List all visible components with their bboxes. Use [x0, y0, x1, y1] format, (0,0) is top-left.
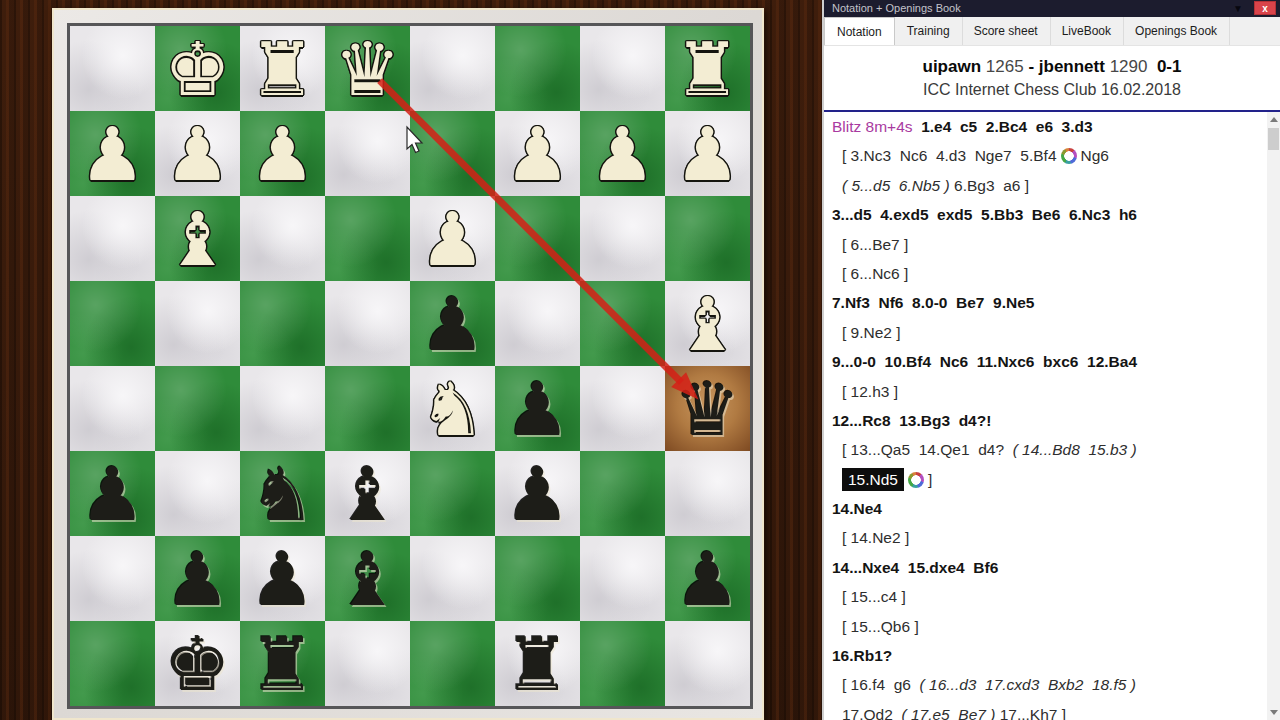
move-text[interactable]: ( 14...Bd8 15.b3 )	[1013, 441, 1137, 458]
square-f2[interactable]: ♟	[240, 111, 325, 196]
notation-line: [ 15...Qb6 ]	[832, 612, 1267, 641]
scroll-down-icon[interactable]	[1267, 706, 1280, 719]
move-text[interactable]: 6.Bg3 a6 ]	[950, 177, 1029, 194]
square-f8[interactable]: ♜	[240, 621, 325, 706]
game-result: 0-1	[1157, 57, 1182, 76]
chess-board-frame: ♚♜♛♜♟♟♟♟♟♟♝♟♟♝♞♟♛♟♞♝♟♟♟♝♟♚♜♜	[52, 8, 764, 720]
square-e1[interactable]: ♛	[325, 26, 410, 111]
notation-panel: Notation + Openings Book ▼ x Notation Tr…	[822, 0, 1280, 720]
square-e7[interactable]: ♝	[325, 536, 410, 621]
panel-title: Notation + Openings Book	[832, 2, 961, 14]
move-text[interactable]: ]	[928, 471, 932, 488]
white-pawn-b2[interactable]: ♟	[589, 117, 655, 191]
square-h7[interactable]	[70, 536, 155, 621]
notation-line: [ 15...c4 ]	[832, 582, 1267, 611]
notation-line: [ 13...Qa5 14.Qe1 d4? ( 14...Bd8 15.b3 )	[832, 435, 1267, 464]
tab-openings-book[interactable]: Openings Book	[1123, 17, 1229, 45]
notation-line: [ 6...Be7 ]	[832, 230, 1267, 259]
dropdown-arrow-icon[interactable]: ▼	[1230, 0, 1246, 17]
black-queen-a5[interactable]: ♛	[674, 372, 740, 446]
square-a2[interactable]: ♟	[665, 111, 750, 196]
square-b4[interactable]	[580, 281, 665, 366]
move-text[interactable]: 3...d5 4.exd5 exd5 5.Bb3 Be6 6.Nc3 h6	[832, 206, 1137, 223]
square-c8[interactable]: ♜	[495, 621, 580, 706]
square-f7[interactable]: ♟	[240, 536, 325, 621]
square-g5[interactable]	[155, 366, 240, 451]
square-b7[interactable]	[580, 536, 665, 621]
square-c7[interactable]	[495, 536, 580, 621]
black-pawn-c6[interactable]: ♟	[504, 457, 570, 531]
notation-line: ( 5...d5 6.Nb5 ) 6.Bg3 a6 ]	[832, 171, 1267, 200]
square-d1[interactable]	[410, 26, 495, 111]
selected-move[interactable]: 15.Nd5	[842, 468, 904, 491]
move-text[interactable]: [ 16.f4 g6	[842, 676, 920, 693]
square-h1[interactable]	[70, 26, 155, 111]
black-bishop-e6[interactable]: ♝	[334, 457, 400, 531]
square-a3[interactable]	[665, 196, 750, 281]
square-e4[interactable]	[325, 281, 410, 366]
white-rook-a1[interactable]: ♜	[674, 32, 740, 106]
white-queen-e1[interactable]: ♛	[334, 32, 400, 106]
tab-training[interactable]: Training	[895, 17, 962, 45]
tab-livebook[interactable]: LiveBook	[1050, 17, 1123, 45]
white-player-name: uipawn	[923, 57, 982, 76]
square-c5[interactable]: ♟	[495, 366, 580, 451]
notation-line: 14.Ne4	[832, 494, 1267, 523]
move-text[interactable]: 14.Ne4	[832, 500, 882, 517]
square-b5[interactable]	[580, 366, 665, 451]
move-text[interactable]: [ 15...Qb6 ]	[842, 618, 919, 635]
square-d4[interactable]: ♟	[410, 281, 495, 366]
black-pawn-d4[interactable]: ♟	[419, 287, 485, 361]
square-b8[interactable]	[580, 621, 665, 706]
move-text[interactable]: 16.Rb1?	[832, 647, 892, 664]
notation-line: Blitz 8m+4s 1.e4 c5 2.Bc4 e6 3.d3	[832, 112, 1267, 141]
square-d5[interactable]: ♞	[410, 366, 495, 451]
white-pawn-d3[interactable]: ♟	[419, 202, 485, 276]
close-icon[interactable]: x	[1254, 1, 1276, 15]
white-rook-f1[interactable]: ♜	[249, 32, 315, 106]
white-pawn-a2[interactable]: ♟	[674, 117, 740, 191]
black-pawn-a7[interactable]: ♟	[674, 542, 740, 616]
black-pawn-f7[interactable]: ♟	[249, 542, 315, 616]
notation-line: 17.Qd2 ( 17.e5 Be7 ) 17...Kh7 ]	[832, 700, 1267, 720]
square-g4[interactable]	[155, 281, 240, 366]
square-f1[interactable]: ♜	[240, 26, 325, 111]
tab-score-sheet[interactable]: Score sheet	[962, 17, 1050, 45]
square-c1[interactable]	[495, 26, 580, 111]
move-text[interactable]: [ 6...Nc6 ]	[842, 265, 908, 282]
square-g6[interactable]	[155, 451, 240, 536]
white-pawn-h2[interactable]: ♟	[79, 117, 145, 191]
black-pawn-h6[interactable]: ♟	[79, 457, 145, 531]
livebook-icon	[1061, 148, 1077, 164]
black-rook-f8[interactable]: ♜	[249, 627, 315, 701]
notation-line: 15.Nd5]	[832, 465, 1267, 494]
notation-line: 14...Nxe4 15.dxe4 Bf6	[832, 553, 1267, 582]
scrollbar-thumb[interactable]	[1268, 128, 1279, 150]
move-text[interactable]: [ 15...c4 ]	[842, 588, 906, 605]
square-h2[interactable]: ♟	[70, 111, 155, 196]
move-text[interactable]: [ 12.h3 ]	[842, 383, 898, 400]
game-header: uipawn 1265 - jbennett 1290 0-1 ICC Inte…	[824, 46, 1280, 110]
black-pawn-c5[interactable]: ♟	[504, 372, 570, 446]
move-text[interactable]: 9...0-0 10.Bf4 Nc6 11.Nxc6 bxc6 12.Ba4	[832, 353, 1137, 370]
square-f5[interactable]	[240, 366, 325, 451]
notation-line: [ 14.Ne2 ]	[832, 523, 1267, 552]
black-pawn-g7[interactable]: ♟	[164, 542, 230, 616]
tab-bar: Notation Training Score sheet LiveBook O…	[824, 17, 1280, 46]
square-d2[interactable]	[410, 111, 495, 196]
tab-notation[interactable]: Notation	[824, 17, 895, 45]
square-b6[interactable]	[580, 451, 665, 536]
move-text[interactable]: 17.Qd2	[842, 706, 901, 720]
players-line: uipawn 1265 - jbennett 1290 0-1	[923, 57, 1182, 77]
notation-line: 16.Rb1?	[832, 641, 1267, 670]
scroll-up-icon[interactable]	[1267, 113, 1280, 126]
notation-line: 12...Rc8 13.Bg3 d4?!	[832, 406, 1267, 435]
square-h4[interactable]	[70, 281, 155, 366]
black-king-g8[interactable]: ♚	[164, 627, 230, 701]
square-g8[interactable]: ♚	[155, 621, 240, 706]
black-bishop-e7[interactable]: ♝	[334, 542, 400, 616]
square-h5[interactable]	[70, 366, 155, 451]
square-e2[interactable]	[325, 111, 410, 196]
square-g1[interactable]: ♚	[155, 26, 240, 111]
square-c6[interactable]: ♟	[495, 451, 580, 536]
white-bishop-a4[interactable]: ♝	[674, 287, 740, 361]
move-text[interactable]: 12...Rc8 13.Bg3 d4?!	[832, 412, 991, 429]
notation-line: [ 16.f4 g6 ( 16...d3 17.cxd3 Bxb2 18.f5 …	[832, 670, 1267, 699]
move-text[interactable]: ( 17.e5 Be7 )	[901, 706, 995, 720]
black-rook-c8[interactable]: ♜	[504, 627, 570, 701]
move-list[interactable]: Blitz 8m+4s 1.e4 c5 2.Bc4 e6 3.d3[ 3.Nc3…	[824, 112, 1267, 720]
notation-line: [ 6...Nc6 ]	[832, 259, 1267, 288]
white-king-g1[interactable]: ♚	[164, 32, 230, 106]
move-text[interactable]: [ 9.Ne2 ]	[842, 324, 901, 341]
square-e8[interactable]	[325, 621, 410, 706]
move-text[interactable]: [ 14.Ne2 ]	[842, 529, 909, 546]
square-d3[interactable]: ♟	[410, 196, 495, 281]
square-c2[interactable]: ♟	[495, 111, 580, 196]
square-b2[interactable]: ♟	[580, 111, 665, 196]
white-bishop-g3[interactable]: ♝	[164, 202, 230, 276]
square-d7[interactable]	[410, 536, 495, 621]
square-f4[interactable]	[240, 281, 325, 366]
square-h6[interactable]: ♟	[70, 451, 155, 536]
move-text: Blitz 8m+4s	[832, 118, 913, 135]
square-h8[interactable]	[70, 621, 155, 706]
white-rating: 1265	[986, 57, 1024, 76]
white-knight-d5[interactable]: ♞	[419, 372, 485, 446]
move-text[interactable]: [ 3.Nc3 Nc6 4.d3 Nge7 5.Bf4	[842, 147, 1057, 164]
square-d8[interactable]	[410, 621, 495, 706]
notation-line: [ 3.Nc3 Nc6 4.d3 Nge7 5.Bf4Ng6	[832, 141, 1267, 170]
move-text[interactable]: 17...Kh7 ]	[995, 706, 1066, 720]
notation-line: 3...d5 4.exd5 exd5 5.Bb3 Be6 6.Nc3 h6	[832, 200, 1267, 229]
move-text[interactable]: 7.Nf3 Nf6 8.0-0 Be7 9.Ne5	[832, 294, 1034, 311]
square-f3[interactable]	[240, 196, 325, 281]
square-g3[interactable]: ♝	[155, 196, 240, 281]
square-b1[interactable]	[580, 26, 665, 111]
square-b3[interactable]	[580, 196, 665, 281]
move-text[interactable]: [ 13...Qa5 14.Qe1 d4?	[842, 441, 1013, 458]
livebook-icon	[908, 472, 924, 488]
square-a7[interactable]: ♟	[665, 536, 750, 621]
event-line: ICC Internet Chess Club 16.02.2018	[923, 81, 1181, 99]
notation-line: [ 12.h3 ]	[832, 377, 1267, 406]
move-text[interactable]: Ng6	[1081, 147, 1109, 164]
square-e5[interactable]	[325, 366, 410, 451]
black-knight-f6[interactable]: ♞	[249, 457, 315, 531]
square-c4[interactable]	[495, 281, 580, 366]
black-player-name: jbennett	[1039, 57, 1105, 76]
square-a6[interactable]	[665, 451, 750, 536]
square-c3[interactable]	[495, 196, 580, 281]
notation-line: 7.Nf3 Nf6 8.0-0 Be7 9.Ne5	[832, 288, 1267, 317]
move-text[interactable]: 14...Nxe4 15.dxe4 Bf6	[832, 559, 998, 576]
square-a8[interactable]	[665, 621, 750, 706]
move-text[interactable]: ( 5...d5 6.Nb5 )	[842, 177, 950, 194]
white-pawn-f2[interactable]: ♟	[249, 117, 315, 191]
move-text[interactable]: 1.e4 c5 2.Bc4 e6 3.d3	[913, 118, 1093, 135]
square-a4[interactable]: ♝	[665, 281, 750, 366]
square-g2[interactable]: ♟	[155, 111, 240, 196]
panel-titlebar[interactable]: Notation + Openings Book ▼ x	[824, 0, 1280, 17]
square-a1[interactable]: ♜	[665, 26, 750, 111]
square-e3[interactable]	[325, 196, 410, 281]
square-a5[interactable]: ♛	[665, 366, 750, 451]
square-d6[interactable]	[410, 451, 495, 536]
square-e6[interactable]: ♝	[325, 451, 410, 536]
move-text[interactable]: ( 16...d3 17.cxd3 Bxb2 18.f5 )	[920, 676, 1136, 693]
scrollbar[interactable]	[1267, 112, 1280, 720]
notation-line: 9...0-0 10.Bf4 Nc6 11.Nxc6 bxc6 12.Ba4	[832, 347, 1267, 376]
move-text[interactable]: [ 6...Be7 ]	[842, 236, 908, 253]
notation-line: [ 9.Ne2 ]	[832, 318, 1267, 347]
white-pawn-g2[interactable]: ♟	[164, 117, 230, 191]
square-f6[interactable]: ♞	[240, 451, 325, 536]
square-h3[interactable]	[70, 196, 155, 281]
black-rating: 1290	[1110, 57, 1148, 76]
chess-board[interactable]: ♚♜♛♜♟♟♟♟♟♟♝♟♟♝♞♟♛♟♞♝♟♟♟♝♟♚♜♜	[67, 23, 753, 709]
white-pawn-c2[interactable]: ♟	[504, 117, 570, 191]
square-g7[interactable]: ♟	[155, 536, 240, 621]
